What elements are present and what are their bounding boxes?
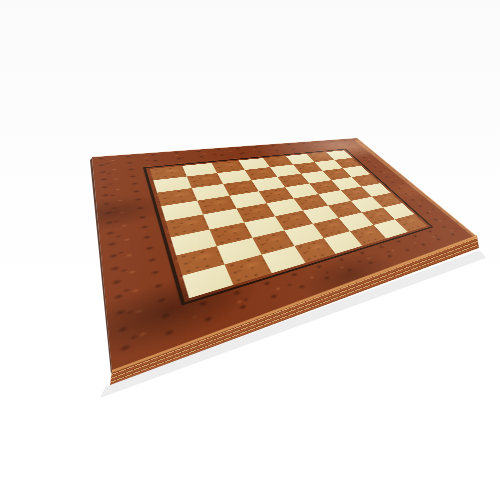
photo-background xyxy=(0,0,500,500)
chess-board xyxy=(92,138,476,372)
